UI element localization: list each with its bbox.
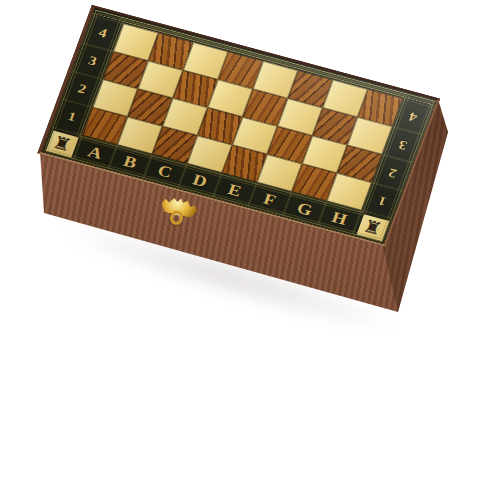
corner-rook-icon: ♜ [46,130,79,157]
corner-rook-icon: ♜ [356,214,389,241]
product-photo-stage: 44332211♜ABCDEFGH♜ [0,0,500,500]
